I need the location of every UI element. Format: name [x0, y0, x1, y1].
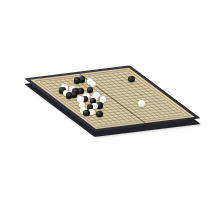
product-photo [0, 0, 220, 220]
board-field [30, 68, 194, 129]
go-board [24, 65, 201, 131]
